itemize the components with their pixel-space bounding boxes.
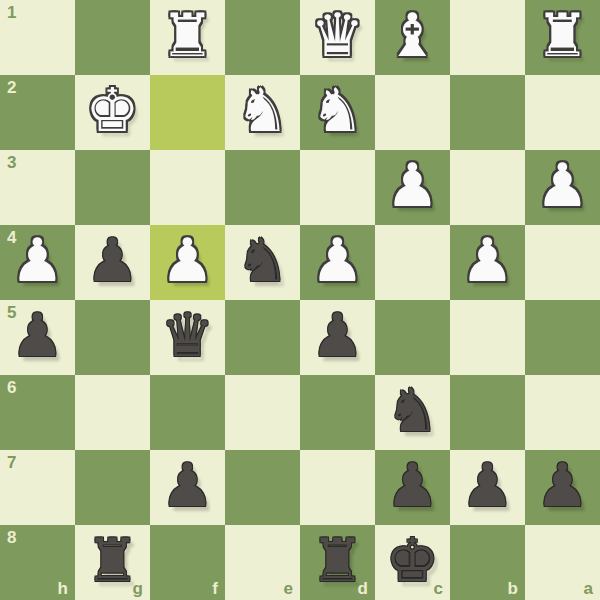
rank-label-1: 1 <box>7 4 16 21</box>
square-c6[interactable]: ♞ <box>375 375 450 450</box>
black-king-icon[interactable]: ♚ <box>386 523 440 598</box>
file-label-e: e <box>284 580 293 597</box>
white-rook-icon[interactable]: ♜ <box>536 0 590 73</box>
white-knight-icon[interactable]: ♞ <box>236 73 290 148</box>
square-h5[interactable]: ♟5 <box>0 300 75 375</box>
square-g7[interactable] <box>75 450 150 525</box>
rank-label-2: 2 <box>7 79 16 96</box>
square-f6[interactable] <box>150 375 225 450</box>
black-pawn-icon[interactable]: ♟ <box>311 298 365 373</box>
square-g6[interactable] <box>75 375 150 450</box>
white-pawn-icon[interactable]: ♟ <box>536 148 590 223</box>
square-a3[interactable]: ♟ <box>525 150 600 225</box>
black-pawn-icon[interactable]: ♟ <box>161 448 215 523</box>
square-d4[interactable]: ♟ <box>300 225 375 300</box>
square-b7[interactable]: ♟ <box>450 450 525 525</box>
square-h4[interactable]: ♟4 <box>0 225 75 300</box>
square-b1[interactable] <box>450 0 525 75</box>
chess-board: 1♜♛♝♜2♚♞♞3♟♟♟4♟♟♞♟♟♟5♛♟6♞7♟♟♟♟8h♜gfe♜d♚c… <box>0 0 600 600</box>
square-e6[interactable] <box>225 375 300 450</box>
square-c5[interactable] <box>375 300 450 375</box>
rank-label-3: 3 <box>7 154 16 171</box>
square-c7[interactable]: ♟ <box>375 450 450 525</box>
square-a5[interactable] <box>525 300 600 375</box>
rank-label-4: 4 <box>7 229 16 246</box>
black-queen-icon[interactable]: ♛ <box>161 298 215 373</box>
square-d7[interactable] <box>300 450 375 525</box>
square-a8[interactable]: a <box>525 525 600 600</box>
file-label-f: f <box>212 580 218 597</box>
square-d8[interactable]: ♜d <box>300 525 375 600</box>
black-pawn-icon[interactable]: ♟ <box>386 448 440 523</box>
square-b2[interactable] <box>450 75 525 150</box>
square-a4[interactable] <box>525 225 600 300</box>
rank-label-5: 5 <box>7 304 16 321</box>
black-pawn-icon[interactable]: ♟ <box>536 448 590 523</box>
black-pawn-icon[interactable]: ♟ <box>86 223 140 298</box>
square-g8[interactable]: ♜g <box>75 525 150 600</box>
square-b3[interactable] <box>450 150 525 225</box>
square-h3[interactable]: 3 <box>0 150 75 225</box>
white-pawn-icon[interactable]: ♟ <box>11 223 65 298</box>
square-b5[interactable] <box>450 300 525 375</box>
square-f8[interactable]: f <box>150 525 225 600</box>
white-pawn-icon[interactable]: ♟ <box>311 223 365 298</box>
square-b4[interactable]: ♟ <box>450 225 525 300</box>
square-e3[interactable] <box>225 150 300 225</box>
file-label-c: c <box>434 580 443 597</box>
square-e8[interactable]: e <box>225 525 300 600</box>
rank-label-7: 7 <box>7 454 16 471</box>
white-pawn-icon[interactable]: ♟ <box>461 223 515 298</box>
white-king-icon[interactable]: ♚ <box>86 73 140 148</box>
square-d5[interactable]: ♟ <box>300 300 375 375</box>
square-b8[interactable]: b <box>450 525 525 600</box>
black-rook-icon[interactable]: ♜ <box>311 523 365 598</box>
square-f7[interactable]: ♟ <box>150 450 225 525</box>
square-f5[interactable]: ♛ <box>150 300 225 375</box>
square-a6[interactable] <box>525 375 600 450</box>
black-pawn-icon[interactable]: ♟ <box>11 298 65 373</box>
square-a2[interactable] <box>525 75 600 150</box>
square-g2[interactable]: ♚ <box>75 75 150 150</box>
square-d1[interactable]: ♛ <box>300 0 375 75</box>
square-f2[interactable] <box>150 75 225 150</box>
square-c8[interactable]: ♚c <box>375 525 450 600</box>
square-g3[interactable] <box>75 150 150 225</box>
square-e7[interactable] <box>225 450 300 525</box>
square-e2[interactable]: ♞ <box>225 75 300 150</box>
file-label-g: g <box>133 580 143 597</box>
rank-label-6: 6 <box>7 379 16 396</box>
square-h8[interactable]: 8h <box>0 525 75 600</box>
square-b6[interactable] <box>450 375 525 450</box>
file-label-a: a <box>584 580 593 597</box>
square-f3[interactable] <box>150 150 225 225</box>
square-c2[interactable] <box>375 75 450 150</box>
white-pawn-icon[interactable]: ♟ <box>386 148 440 223</box>
white-queen-icon[interactable]: ♛ <box>311 0 365 73</box>
file-label-b: b <box>508 580 518 597</box>
square-h7[interactable]: 7 <box>0 450 75 525</box>
square-f4[interactable]: ♟ <box>150 225 225 300</box>
square-e4[interactable]: ♞ <box>225 225 300 300</box>
square-a7[interactable]: ♟ <box>525 450 600 525</box>
black-knight-icon[interactable]: ♞ <box>236 223 290 298</box>
square-f1[interactable]: ♜ <box>150 0 225 75</box>
square-a1[interactable]: ♜ <box>525 0 600 75</box>
square-g4[interactable]: ♟ <box>75 225 150 300</box>
square-e1[interactable] <box>225 0 300 75</box>
square-e5[interactable] <box>225 300 300 375</box>
rank-label-8: 8 <box>7 529 16 546</box>
square-h1[interactable]: 1 <box>0 0 75 75</box>
square-g1[interactable] <box>75 0 150 75</box>
file-label-d: d <box>358 580 368 597</box>
square-h2[interactable]: 2 <box>0 75 75 150</box>
white-pawn-icon[interactable]: ♟ <box>161 223 215 298</box>
square-c1[interactable]: ♝ <box>375 0 450 75</box>
square-g5[interactable] <box>75 300 150 375</box>
square-d3[interactable] <box>300 150 375 225</box>
black-rook-icon[interactable]: ♜ <box>86 523 140 598</box>
square-c3[interactable]: ♟ <box>375 150 450 225</box>
black-pawn-icon[interactable]: ♟ <box>461 448 515 523</box>
file-label-h: h <box>58 580 68 597</box>
black-knight-icon[interactable]: ♞ <box>386 373 440 448</box>
square-h6[interactable]: 6 <box>0 375 75 450</box>
white-knight-icon[interactable]: ♞ <box>311 73 365 148</box>
square-d6[interactable] <box>300 375 375 450</box>
square-d2[interactable]: ♞ <box>300 75 375 150</box>
white-bishop-icon[interactable]: ♝ <box>386 0 440 73</box>
square-c4[interactable] <box>375 225 450 300</box>
white-rook-icon[interactable]: ♜ <box>161 0 215 73</box>
